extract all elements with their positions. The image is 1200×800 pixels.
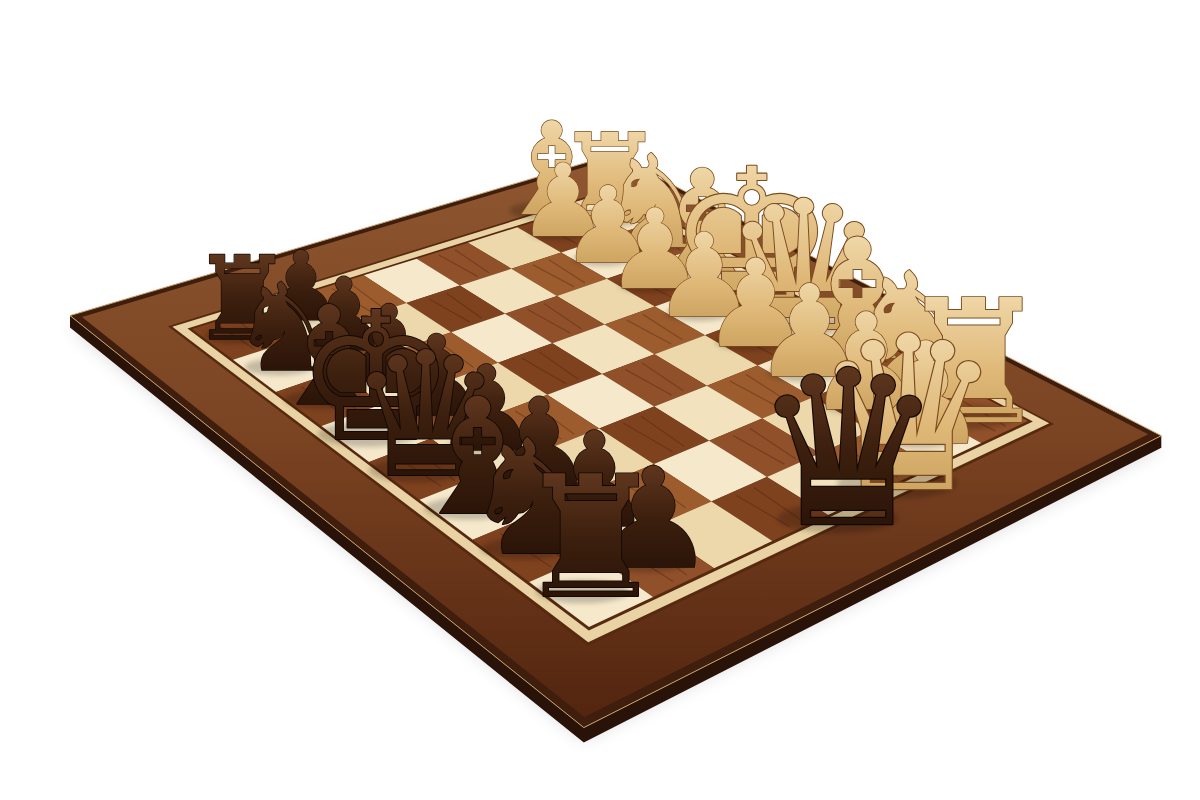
chess-board: ♝♜♟♞♟♝♟♚♟♟♛♜♟♟♝♞♟♟♞♝♟♟♜♚♟♟♛♛♟♝♛♟♞♟♜: [0, 0, 1200, 800]
extra-black-queen: ♛: [752, 324, 945, 575]
chess-set-product-photo: Product photo of a wooden Staunton chess…: [0, 0, 1200, 800]
black-rook-a8: ♜: [516, 440, 667, 636]
